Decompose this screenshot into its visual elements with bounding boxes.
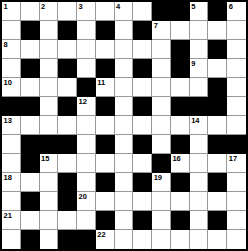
black-cell — [58, 97, 77, 116]
white-cell[interactable] — [208, 21, 227, 40]
white-cell[interactable] — [152, 59, 171, 78]
white-cell[interactable] — [152, 78, 171, 97]
white-cell[interactable] — [21, 116, 40, 135]
black-cell — [171, 135, 190, 154]
white-cell[interactable] — [115, 116, 134, 135]
white-cell[interactable]: 4 — [115, 2, 134, 21]
white-cell[interactable] — [96, 192, 115, 211]
white-cell[interactable] — [115, 40, 134, 59]
white-cell[interactable] — [40, 59, 59, 78]
white-cell[interactable] — [77, 173, 96, 192]
white-cell[interactable] — [227, 40, 246, 59]
black-cell — [133, 97, 152, 116]
white-cell[interactable] — [40, 192, 59, 211]
white-cell[interactable] — [133, 2, 152, 21]
white-cell[interactable]: 18 — [2, 173, 21, 192]
clue-number: 1 — [4, 2, 8, 11]
black-cell — [58, 192, 77, 211]
white-cell[interactable] — [115, 211, 134, 230]
white-cell[interactable] — [152, 40, 171, 59]
white-cell[interactable]: 13 — [2, 116, 21, 135]
white-cell[interactable] — [2, 135, 21, 154]
clue-number: 14 — [191, 116, 199, 125]
white-cell[interactable] — [152, 116, 171, 135]
white-cell[interactable] — [190, 173, 209, 192]
black-cell — [133, 59, 152, 78]
white-cell[interactable]: 22 — [96, 230, 115, 249]
black-cell — [21, 154, 40, 173]
black-cell — [96, 97, 115, 116]
black-cell — [133, 211, 152, 230]
white-cell[interactable] — [115, 135, 134, 154]
black-cell — [58, 135, 77, 154]
white-cell[interactable]: 15 — [40, 154, 59, 173]
clue-number: 4 — [116, 2, 120, 11]
white-cell[interactable] — [115, 230, 134, 249]
white-cell[interactable] — [190, 21, 209, 40]
clue-number: 17 — [229, 154, 237, 163]
white-cell[interactable] — [40, 97, 59, 116]
white-cell[interactable] — [40, 230, 59, 249]
white-cell[interactable] — [171, 116, 190, 135]
white-cell[interactable] — [227, 173, 246, 192]
black-cell — [190, 97, 209, 116]
white-cell[interactable]: 10 — [2, 78, 21, 97]
white-cell[interactable] — [77, 21, 96, 40]
white-cell[interactable] — [77, 154, 96, 173]
white-cell[interactable] — [40, 40, 59, 59]
white-cell[interactable] — [171, 21, 190, 40]
black-cell — [58, 59, 77, 78]
clue-number: 5 — [191, 2, 195, 11]
white-cell[interactable] — [171, 192, 190, 211]
white-cell[interactable]: 16 — [171, 154, 190, 173]
black-cell — [171, 173, 190, 192]
black-cell — [208, 97, 227, 116]
white-cell[interactable]: 2 — [40, 2, 59, 21]
white-cell[interactable] — [21, 211, 40, 230]
white-cell[interactable]: 21 — [2, 211, 21, 230]
white-cell[interactable] — [190, 230, 209, 249]
white-cell[interactable] — [152, 192, 171, 211]
white-cell[interactable] — [133, 116, 152, 135]
clue-number: 11 — [97, 78, 105, 87]
white-cell[interactable] — [58, 211, 77, 230]
white-cell[interactable] — [96, 2, 115, 21]
clue-number: 15 — [41, 154, 49, 163]
white-cell[interactable] — [58, 116, 77, 135]
white-cell[interactable] — [152, 211, 171, 230]
white-cell[interactable] — [171, 230, 190, 249]
white-cell[interactable] — [40, 211, 59, 230]
white-cell[interactable] — [96, 40, 115, 59]
white-cell[interactable]: 11 — [96, 78, 115, 97]
clue-number: 12 — [79, 97, 87, 106]
white-cell[interactable] — [227, 78, 246, 97]
clue-number: 10 — [4, 78, 12, 87]
white-cell[interactable] — [208, 192, 227, 211]
white-cell[interactable] — [115, 21, 134, 40]
white-cell[interactable]: 3 — [77, 2, 96, 21]
clue-number: 8 — [4, 40, 8, 49]
white-cell[interactable] — [190, 154, 209, 173]
black-cell — [208, 78, 227, 97]
white-cell[interactable]: 5 — [190, 2, 209, 21]
black-cell — [171, 2, 190, 21]
black-cell — [2, 97, 21, 116]
white-cell[interactable] — [115, 154, 134, 173]
white-cell[interactable]: 8 — [2, 40, 21, 59]
white-cell[interactable] — [21, 40, 40, 59]
white-cell[interactable] — [40, 21, 59, 40]
clue-number: 20 — [79, 192, 87, 201]
black-cell — [21, 192, 40, 211]
clue-number: 18 — [4, 173, 12, 182]
white-cell[interactable] — [227, 230, 246, 249]
black-cell — [152, 2, 171, 21]
black-cell — [171, 97, 190, 116]
black-cell — [21, 230, 40, 249]
black-cell — [208, 135, 227, 154]
clue-number: 3 — [79, 2, 83, 11]
black-cell — [58, 230, 77, 249]
white-cell[interactable] — [96, 154, 115, 173]
white-cell[interactable] — [58, 78, 77, 97]
black-cell — [40, 135, 59, 154]
white-cell[interactable] — [21, 173, 40, 192]
black-cell — [21, 97, 40, 116]
white-cell[interactable] — [77, 40, 96, 59]
white-cell[interactable]: 12 — [77, 97, 96, 116]
white-cell[interactable] — [77, 116, 96, 135]
black-cell — [208, 173, 227, 192]
white-cell[interactable] — [21, 78, 40, 97]
black-cell — [21, 135, 40, 154]
white-cell[interactable] — [58, 40, 77, 59]
black-cell — [133, 135, 152, 154]
white-cell[interactable] — [133, 154, 152, 173]
white-cell[interactable]: 14 — [190, 116, 209, 135]
white-cell[interactable] — [133, 40, 152, 59]
black-cell — [227, 135, 246, 154]
white-cell[interactable] — [96, 116, 115, 135]
white-cell[interactable] — [227, 21, 246, 40]
white-cell[interactable] — [58, 2, 77, 21]
white-cell[interactable]: 20 — [77, 192, 96, 211]
white-cell[interactable] — [2, 154, 21, 173]
white-cell[interactable] — [208, 154, 227, 173]
white-cell[interactable] — [115, 192, 134, 211]
black-cell — [21, 21, 40, 40]
white-cell[interactable] — [227, 59, 246, 78]
white-cell[interactable]: 7 — [152, 21, 171, 40]
black-cell — [208, 2, 227, 21]
white-cell[interactable] — [2, 230, 21, 249]
black-cell — [171, 59, 190, 78]
white-cell[interactable]: 6 — [227, 2, 246, 21]
white-cell[interactable] — [21, 2, 40, 21]
white-cell[interactable] — [227, 192, 246, 211]
black-cell — [96, 59, 115, 78]
white-cell[interactable] — [208, 116, 227, 135]
white-cell[interactable] — [77, 59, 96, 78]
white-cell[interactable] — [133, 78, 152, 97]
black-cell — [96, 135, 115, 154]
white-cell[interactable] — [190, 135, 209, 154]
black-cell — [208, 211, 227, 230]
white-cell[interactable] — [171, 78, 190, 97]
white-cell[interactable] — [227, 211, 246, 230]
clue-number: 22 — [97, 230, 105, 239]
clue-number: 6 — [229, 2, 233, 11]
white-cell[interactable]: 9 — [190, 59, 209, 78]
black-cell — [133, 173, 152, 192]
white-cell[interactable] — [190, 40, 209, 59]
white-cell[interactable] — [227, 97, 246, 116]
white-cell[interactable] — [115, 97, 134, 116]
white-cell[interactable] — [40, 116, 59, 135]
white-cell[interactable] — [190, 211, 209, 230]
white-cell[interactable] — [152, 135, 171, 154]
clue-number: 19 — [154, 173, 162, 182]
white-cell[interactable] — [115, 59, 134, 78]
white-cell[interactable] — [115, 173, 134, 192]
white-cell[interactable] — [190, 78, 209, 97]
white-cell[interactable] — [208, 230, 227, 249]
white-cell[interactable] — [227, 116, 246, 135]
black-cell — [58, 21, 77, 40]
clue-number: 21 — [4, 211, 12, 220]
white-cell[interactable] — [77, 135, 96, 154]
black-cell — [58, 173, 77, 192]
black-cell — [133, 21, 152, 40]
white-cell[interactable] — [208, 59, 227, 78]
black-cell — [208, 40, 227, 59]
black-cell — [171, 211, 190, 230]
white-cell[interactable] — [115, 78, 134, 97]
clue-number: 7 — [154, 21, 158, 30]
white-cell[interactable] — [40, 173, 59, 192]
white-cell[interactable] — [40, 78, 59, 97]
crossword-board: 12345678910111213141516171819202122 — [0, 0, 248, 251]
white-cell[interactable] — [190, 192, 209, 211]
black-cell — [96, 211, 115, 230]
white-cell[interactable] — [152, 230, 171, 249]
black-cell — [96, 173, 115, 192]
white-cell[interactable] — [133, 192, 152, 211]
black-cell — [96, 21, 115, 40]
clue-number: 9 — [191, 59, 195, 68]
clue-number: 16 — [172, 154, 180, 163]
black-cell — [152, 154, 171, 173]
white-cell[interactable]: 1 — [2, 2, 21, 21]
clue-number: 2 — [41, 2, 45, 11]
black-cell — [21, 59, 40, 78]
white-cell[interactable] — [133, 230, 152, 249]
white-cell[interactable] — [2, 192, 21, 211]
white-cell[interactable]: 19 — [152, 173, 171, 192]
black-cell — [171, 40, 190, 59]
white-cell[interactable] — [58, 154, 77, 173]
clue-number: 13 — [4, 116, 12, 125]
white-cell[interactable]: 17 — [227, 154, 246, 173]
white-cell[interactable] — [152, 97, 171, 116]
white-cell[interactable] — [2, 21, 21, 40]
white-cell[interactable] — [77, 211, 96, 230]
black-cell — [77, 230, 96, 249]
white-cell[interactable] — [2, 59, 21, 78]
black-cell — [77, 78, 96, 97]
